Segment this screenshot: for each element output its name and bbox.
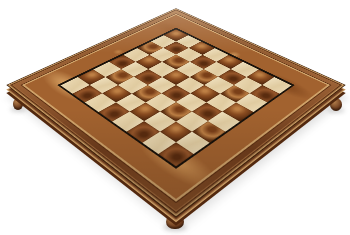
product-photo-scene	[0, 0, 350, 235]
chess-board	[6, 8, 345, 218]
